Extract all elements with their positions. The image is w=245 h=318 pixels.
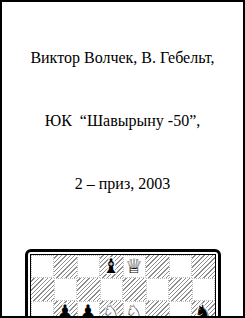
square-g6 (169, 301, 192, 318)
square-f8 (146, 255, 169, 278)
white-knight: ♞♘ (123, 301, 146, 318)
square-h8 (192, 255, 215, 278)
square-a6 (31, 301, 54, 318)
problem-diagram-page: Виктор Волчек, В. Гебельт, ЮК “Шавырыну … (0, 0, 245, 318)
chessboard-frame: ♝♛♕♟♟♞♘♞♘♞♜♜♖♟♟♝♗♚♟♝♗♝♚♔♞♜♖ (25, 249, 221, 318)
square-c8 (77, 255, 100, 278)
title-authors: Виктор Волчек, В. Гебельт, (2, 47, 243, 68)
black-knight: ♞ (192, 301, 215, 318)
square-h6: ♞ (192, 301, 215, 318)
square-b6: ♟ (54, 301, 77, 318)
square-g7 (169, 278, 192, 301)
square-g8 (169, 255, 192, 278)
square-c6: ♟ (77, 301, 100, 318)
square-e8: ♛♕ (123, 255, 146, 278)
square-f7 (146, 278, 169, 301)
square-e7 (123, 278, 146, 301)
square-e6: ♞♘ (123, 301, 146, 318)
title-award: 2 – приз, 2003 (2, 173, 243, 194)
black-pawn: ♟ (54, 301, 77, 318)
square-f6 (146, 301, 169, 318)
square-d8: ♝ (100, 255, 123, 278)
square-d7 (100, 278, 123, 301)
square-b8 (54, 255, 77, 278)
square-c7 (77, 278, 100, 301)
title-tournament: ЮК “Шавырыну -50”, (2, 110, 243, 131)
square-d6: ♞♘ (100, 301, 123, 318)
square-b7 (54, 278, 77, 301)
white-knight: ♞♘ (100, 301, 123, 318)
white-queen: ♛♕ (123, 255, 146, 278)
black-bishop: ♝ (100, 255, 123, 278)
square-a8 (31, 255, 54, 278)
problem-title: Виктор Волчек, В. Гебельт, ЮК “Шавырыну … (2, 5, 243, 236)
chessboard: ♝♛♕♟♟♞♘♞♘♞♜♜♖♟♟♝♗♚♟♝♗♝♚♔♞♜♖ (30, 254, 216, 318)
square-h7 (192, 278, 215, 301)
square-a7 (31, 278, 54, 301)
black-pawn: ♟ (77, 301, 100, 318)
